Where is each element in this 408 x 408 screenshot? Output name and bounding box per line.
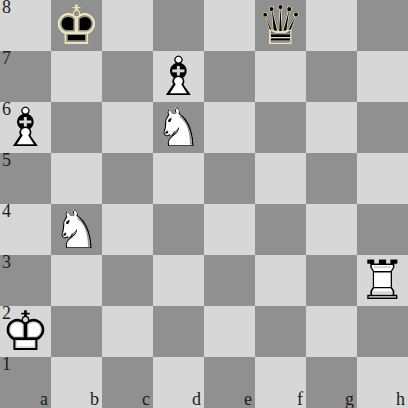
square-b5[interactable] bbox=[51, 153, 102, 204]
square-e7[interactable] bbox=[204, 51, 255, 102]
file-label-a: a bbox=[40, 390, 48, 408]
square-e2[interactable] bbox=[204, 306, 255, 357]
white-bishop[interactable]: ♝♗ bbox=[153, 51, 204, 102]
square-c8[interactable] bbox=[102, 0, 153, 51]
chess-board: 8♚♔♛♕7♝♗6♝♗♞♘54♞♘3♜♖2♚♔1abcdefgh bbox=[0, 0, 408, 408]
square-d4[interactable] bbox=[153, 204, 204, 255]
rank-label-3: 3 bbox=[2, 253, 11, 273]
square-a7[interactable]: 7 bbox=[0, 51, 51, 102]
square-d5[interactable] bbox=[153, 153, 204, 204]
square-b6[interactable] bbox=[51, 102, 102, 153]
white-knight[interactable]: ♞♘ bbox=[153, 102, 204, 153]
file-label-e: e bbox=[244, 390, 252, 408]
black-queen[interactable]: ♛♕ bbox=[255, 0, 306, 51]
square-b4[interactable]: ♞♘ bbox=[51, 204, 102, 255]
white-king-glyph-outline: ♔ bbox=[0, 306, 51, 357]
rank-label-1: 1 bbox=[2, 355, 11, 375]
white-rook-glyph-outline: ♖ bbox=[357, 255, 408, 306]
white-bishop-glyph-outline: ♗ bbox=[0, 102, 51, 153]
file-label-g: g bbox=[345, 390, 354, 408]
square-g4[interactable] bbox=[306, 204, 357, 255]
square-f4[interactable] bbox=[255, 204, 306, 255]
white-knight[interactable]: ♞♘ bbox=[51, 204, 102, 255]
square-c5[interactable] bbox=[102, 153, 153, 204]
square-g7[interactable] bbox=[306, 51, 357, 102]
square-a4[interactable]: 4 bbox=[0, 204, 51, 255]
square-e4[interactable] bbox=[204, 204, 255, 255]
square-b2[interactable] bbox=[51, 306, 102, 357]
square-e3[interactable] bbox=[204, 255, 255, 306]
square-b7[interactable] bbox=[51, 51, 102, 102]
square-a5[interactable]: 5 bbox=[0, 153, 51, 204]
square-g1[interactable]: g bbox=[306, 357, 357, 408]
square-h3[interactable]: ♜♖ bbox=[357, 255, 408, 306]
square-a1[interactable]: 1a bbox=[0, 357, 51, 408]
square-a6[interactable]: 6♝♗ bbox=[0, 102, 51, 153]
square-a8[interactable]: 8 bbox=[0, 0, 51, 51]
file-label-d: d bbox=[192, 390, 201, 408]
square-h7[interactable] bbox=[357, 51, 408, 102]
square-g2[interactable] bbox=[306, 306, 357, 357]
square-c1[interactable]: c bbox=[102, 357, 153, 408]
square-d6[interactable]: ♞♘ bbox=[153, 102, 204, 153]
square-d3[interactable] bbox=[153, 255, 204, 306]
square-b8[interactable]: ♚♔ bbox=[51, 0, 102, 51]
square-f2[interactable] bbox=[255, 306, 306, 357]
square-d1[interactable]: d bbox=[153, 357, 204, 408]
square-e6[interactable] bbox=[204, 102, 255, 153]
square-b1[interactable]: b bbox=[51, 357, 102, 408]
square-f1[interactable]: f bbox=[255, 357, 306, 408]
file-label-h: h bbox=[396, 390, 405, 408]
rank-label-4: 4 bbox=[2, 202, 11, 222]
square-g6[interactable] bbox=[306, 102, 357, 153]
square-g8[interactable] bbox=[306, 0, 357, 51]
square-f7[interactable] bbox=[255, 51, 306, 102]
square-d8[interactable] bbox=[153, 0, 204, 51]
square-h4[interactable] bbox=[357, 204, 408, 255]
white-bishop-glyph-outline: ♗ bbox=[153, 51, 204, 102]
square-h2[interactable] bbox=[357, 306, 408, 357]
square-a3[interactable]: 3 bbox=[0, 255, 51, 306]
square-c3[interactable] bbox=[102, 255, 153, 306]
square-e1[interactable]: e bbox=[204, 357, 255, 408]
square-h6[interactable] bbox=[357, 102, 408, 153]
square-g5[interactable] bbox=[306, 153, 357, 204]
rank-label-8: 8 bbox=[2, 0, 11, 18]
black-king[interactable]: ♚♔ bbox=[51, 0, 102, 51]
square-b3[interactable] bbox=[51, 255, 102, 306]
square-f5[interactable] bbox=[255, 153, 306, 204]
square-d7[interactable]: ♝♗ bbox=[153, 51, 204, 102]
rank-label-7: 7 bbox=[2, 49, 11, 69]
file-label-c: c bbox=[142, 390, 150, 408]
square-d2[interactable] bbox=[153, 306, 204, 357]
square-g3[interactable] bbox=[306, 255, 357, 306]
file-label-f: f bbox=[297, 390, 303, 408]
white-knight-glyph-outline: ♘ bbox=[51, 204, 102, 255]
chess-board-wrapper: 8♚♔♛♕7♝♗6♝♗♞♘54♞♘3♜♖2♚♔1abcdefgh bbox=[0, 0, 408, 408]
black-king-glyph-outline: ♔ bbox=[51, 0, 102, 51]
square-a2[interactable]: 2♚♔ bbox=[0, 306, 51, 357]
square-h1[interactable]: h bbox=[357, 357, 408, 408]
square-f6[interactable] bbox=[255, 102, 306, 153]
square-f3[interactable] bbox=[255, 255, 306, 306]
square-c4[interactable] bbox=[102, 204, 153, 255]
white-knight-glyph-outline: ♘ bbox=[153, 102, 204, 153]
file-label-b: b bbox=[90, 390, 99, 408]
rank-label-5: 5 bbox=[2, 151, 11, 171]
square-c7[interactable] bbox=[102, 51, 153, 102]
white-rook[interactable]: ♜♖ bbox=[357, 255, 408, 306]
square-h5[interactable] bbox=[357, 153, 408, 204]
square-c6[interactable] bbox=[102, 102, 153, 153]
square-f8[interactable]: ♛♕ bbox=[255, 0, 306, 51]
white-king[interactable]: ♚♔ bbox=[0, 306, 51, 357]
square-h8[interactable] bbox=[357, 0, 408, 51]
square-c2[interactable] bbox=[102, 306, 153, 357]
black-queen-glyph-outline: ♕ bbox=[255, 0, 306, 51]
square-e5[interactable] bbox=[204, 153, 255, 204]
white-bishop[interactable]: ♝♗ bbox=[0, 102, 51, 153]
square-e8[interactable] bbox=[204, 0, 255, 51]
